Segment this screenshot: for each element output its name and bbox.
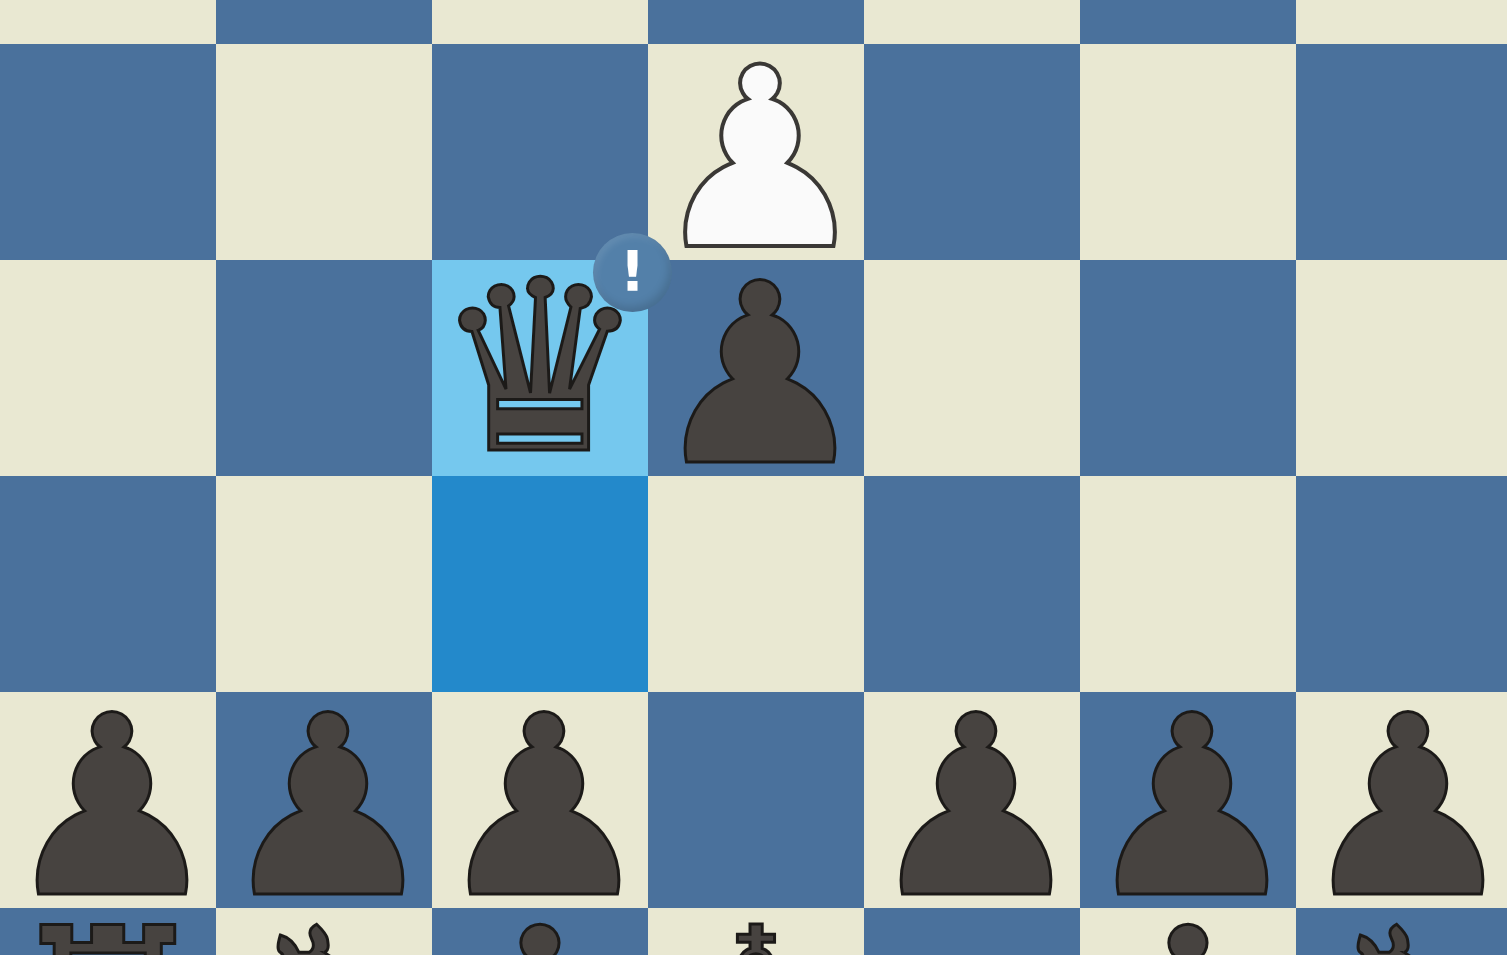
square-b6[interactable] <box>1296 476 1507 692</box>
piece-black-knight-b8[interactable]: ♞ <box>1296 908 1507 955</box>
square-h6[interactable] <box>0 476 216 692</box>
square-b8[interactable]: ♞ <box>1296 908 1507 955</box>
square-b7[interactable]: ♟ <box>1296 692 1507 908</box>
square-g7[interactable]: ♟ <box>216 692 432 908</box>
chess-board: ! ♟♛♟♟♟♟♟♟♟♜♞♝♚♝♞ <box>0 0 1507 955</box>
square-e7[interactable] <box>648 692 864 908</box>
square-g6[interactable] <box>216 476 432 692</box>
square-c4[interactable] <box>1080 44 1296 260</box>
square-h5[interactable] <box>0 260 216 476</box>
square-e5[interactable]: ♟ <box>648 260 864 476</box>
square-d7[interactable]: ♟ <box>864 692 1080 908</box>
square-c5[interactable] <box>1080 260 1296 476</box>
square-h8[interactable]: ♜ <box>0 908 216 955</box>
square-f4[interactable] <box>432 44 648 260</box>
square-d4[interactable] <box>864 44 1080 260</box>
square-g4[interactable] <box>216 44 432 260</box>
square-c7[interactable]: ♟ <box>1080 692 1296 908</box>
square-f3[interactable] <box>432 0 648 44</box>
square-g8[interactable]: ♞ <box>216 908 432 955</box>
square-f8[interactable]: ♝ <box>432 908 648 955</box>
square-c6[interactable] <box>1080 476 1296 692</box>
piece-black-king-e8[interactable]: ♚ <box>648 908 864 955</box>
piece-black-bishop-f8[interactable]: ♝ <box>432 908 648 955</box>
square-g3[interactable] <box>216 0 432 44</box>
piece-black-bishop-c8[interactable]: ♝ <box>1080 908 1296 955</box>
piece-black-pawn-d7[interactable]: ♟ <box>864 700 1080 916</box>
square-h4[interactable] <box>0 44 216 260</box>
square-b3[interactable] <box>1296 0 1507 44</box>
move-classification-badge: ! <box>593 233 672 312</box>
square-h3[interactable] <box>0 0 216 44</box>
square-e4[interactable]: ♟ <box>648 44 864 260</box>
piece-black-pawn-e5[interactable]: ♟ <box>648 268 864 484</box>
square-c3[interactable] <box>1080 0 1296 44</box>
square-f7[interactable]: ♟ <box>432 692 648 908</box>
square-b4[interactable] <box>1296 44 1507 260</box>
square-d8[interactable] <box>864 908 1080 955</box>
square-d3[interactable] <box>864 0 1080 44</box>
piece-black-knight-g8[interactable]: ♞ <box>216 908 432 955</box>
square-b5[interactable] <box>1296 260 1507 476</box>
square-d6[interactable] <box>864 476 1080 692</box>
exclamation-icon: ! <box>620 243 646 299</box>
piece-black-rook-h8[interactable]: ♜ <box>0 908 216 955</box>
square-h7[interactable]: ♟ <box>0 692 216 908</box>
square-d5[interactable] <box>864 260 1080 476</box>
square-f6[interactable] <box>432 476 648 692</box>
square-e6[interactable] <box>648 476 864 692</box>
square-e8[interactable]: ♚ <box>648 908 864 955</box>
square-g5[interactable] <box>216 260 432 476</box>
square-c8[interactable]: ♝ <box>1080 908 1296 955</box>
